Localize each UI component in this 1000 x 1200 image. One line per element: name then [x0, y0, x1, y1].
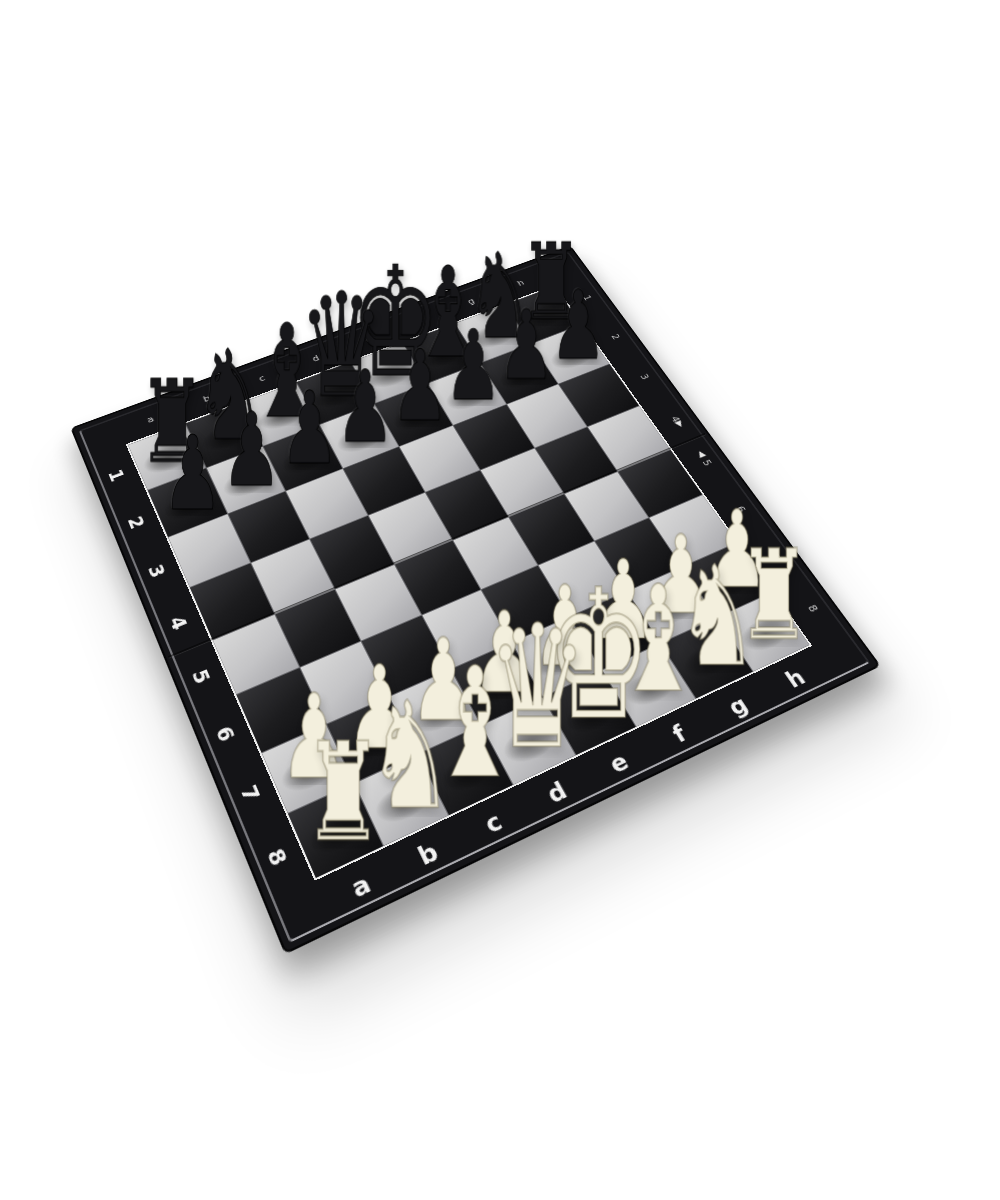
chess-board: 12345678 abcdefgh abcdefgh 12345678 ▼ ▲ … — [70, 246, 881, 955]
pawn-icon: ♟ — [163, 431, 224, 515]
playing-surface: ♜♞♝♛♚♝♞♜♟♟♟♟♟♟♟♟♟♟♟♟♟♟♟♟♜♞♝♛♚♝♞♜ — [126, 285, 813, 881]
perspective-scene: 12345678 abcdefgh abcdefgh 12345678 ▼ ▲ … — [0, 0, 1000, 1200]
piece-white-rook: ♜ — [246, 618, 442, 848]
rook-icon: ♜ — [303, 737, 383, 848]
square-a8: ♜ — [288, 784, 382, 877]
product-photo-stage: 12345678 abcdefgh abcdefgh 12345678 ▼ ▲ … — [0, 0, 1000, 1200]
piece-black-pawn: ♟ — [109, 318, 277, 516]
